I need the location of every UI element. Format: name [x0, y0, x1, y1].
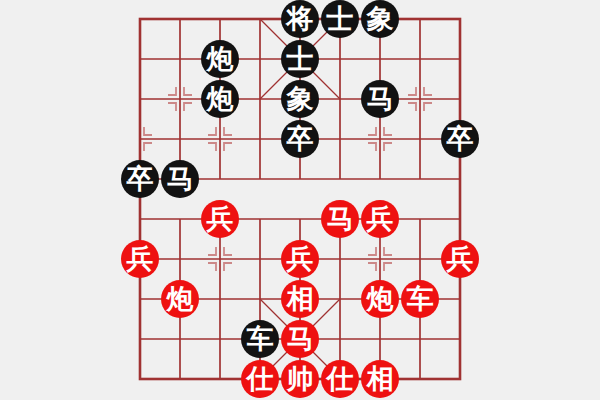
board-point — [320, 119, 360, 159]
piece-red-soldier[interactable]: 兵 — [441, 240, 479, 278]
board-point: 车 — [400, 279, 440, 319]
board-point: 卒 — [280, 119, 320, 159]
board-point — [240, 39, 280, 79]
board-point — [400, 239, 440, 279]
piece-red-soldier[interactable]: 兵 — [121, 240, 159, 278]
piece-black-horse[interactable]: 马 — [161, 160, 199, 198]
board-point — [200, 239, 240, 279]
board-point — [120, 79, 160, 119]
board-point — [400, 159, 440, 199]
board-point — [120, 319, 160, 359]
board-point — [240, 199, 280, 239]
piece-red-advisor[interactable]: 仕 — [321, 360, 359, 398]
board-point — [200, 119, 240, 159]
piece-red-general[interactable]: 帅 — [281, 360, 319, 398]
board-point: 马 — [280, 319, 320, 359]
board-point — [160, 359, 200, 399]
board-point — [200, 159, 240, 199]
board-point: 帅 — [280, 359, 320, 399]
piece-red-advisor[interactable]: 仕 — [241, 360, 279, 398]
board-point — [360, 319, 400, 359]
board-point: 兵 — [360, 199, 400, 239]
board-point: 马 — [160, 159, 200, 199]
board-point — [360, 39, 400, 79]
board-point: 炮 — [360, 279, 400, 319]
board-point — [200, 279, 240, 319]
board-point — [160, 319, 200, 359]
board-point — [360, 159, 400, 199]
board-point — [160, 199, 200, 239]
piece-red-elephant[interactable]: 相 — [281, 280, 319, 318]
piece-black-advisor[interactable]: 士 — [321, 0, 359, 38]
board-point — [240, 119, 280, 159]
piece-red-soldier[interactable]: 兵 — [201, 200, 239, 238]
board-point — [400, 199, 440, 239]
board-point: 兵 — [440, 239, 480, 279]
piece-red-soldier[interactable]: 兵 — [361, 200, 399, 238]
board-point — [120, 279, 160, 319]
board-point — [120, 359, 160, 399]
piece-red-horse[interactable]: 马 — [321, 200, 359, 238]
board-point — [240, 0, 280, 39]
piece-black-advisor[interactable]: 士 — [281, 40, 319, 78]
board-point: 仕 — [240, 359, 280, 399]
board-point — [160, 0, 200, 39]
board-point — [120, 199, 160, 239]
board-point: 象 — [360, 0, 400, 39]
board-point: 相 — [360, 359, 400, 399]
board-point — [160, 239, 200, 279]
board-point — [240, 159, 280, 199]
board-point — [120, 39, 160, 79]
board-point — [320, 319, 360, 359]
board-point: 象 — [280, 79, 320, 119]
board-point — [160, 79, 200, 119]
piece-black-cannon[interactable]: 炮 — [201, 80, 239, 118]
piece-black-general[interactable]: 将 — [281, 0, 319, 38]
piece-grid[interactable]: 将士象炮士炮象马卒卒卒马兵马兵兵兵兵炮相炮车车马仕帅仕相 — [120, 0, 480, 399]
board-point — [320, 239, 360, 279]
piece-red-horse[interactable]: 马 — [281, 320, 319, 358]
piece-red-soldier[interactable]: 兵 — [281, 240, 319, 278]
board-point — [440, 159, 480, 199]
board-point — [200, 319, 240, 359]
board-point: 士 — [320, 0, 360, 39]
board-point: 兵 — [200, 199, 240, 239]
board-point: 炮 — [200, 39, 240, 79]
board-point — [240, 79, 280, 119]
piece-black-soldier[interactable]: 卒 — [121, 160, 159, 198]
board-point: 炮 — [200, 79, 240, 119]
board-point — [320, 39, 360, 79]
board-point — [200, 359, 240, 399]
board-point — [440, 199, 480, 239]
piece-red-cannon[interactable]: 炮 — [161, 280, 199, 318]
piece-black-horse[interactable]: 马 — [361, 80, 399, 118]
board-point — [280, 199, 320, 239]
board-point — [400, 119, 440, 159]
board-point — [440, 0, 480, 39]
piece-red-elephant[interactable]: 相 — [361, 360, 399, 398]
piece-black-soldier[interactable]: 卒 — [441, 120, 479, 158]
board-point: 兵 — [120, 239, 160, 279]
board-point — [360, 239, 400, 279]
board-point — [440, 319, 480, 359]
piece-red-chariot[interactable]: 车 — [401, 280, 439, 318]
xiangqi-board: 将士象炮士炮象马卒卒卒马兵马兵兵兵兵炮相炮车车马仕帅仕相 — [0, 0, 600, 400]
board-point — [360, 119, 400, 159]
board-point: 士 — [280, 39, 320, 79]
board-point: 车 — [240, 319, 280, 359]
piece-black-elephant[interactable]: 象 — [361, 0, 399, 38]
board-point — [320, 279, 360, 319]
board-point — [400, 319, 440, 359]
board-point: 卒 — [440, 119, 480, 159]
board-point — [440, 79, 480, 119]
board-point — [400, 79, 440, 119]
board-point — [400, 39, 440, 79]
board-point: 马 — [320, 199, 360, 239]
board-point: 炮 — [160, 279, 200, 319]
board-point: 相 — [280, 279, 320, 319]
board-point — [320, 159, 360, 199]
board-point: 兵 — [280, 239, 320, 279]
board-point: 卒 — [120, 159, 160, 199]
board-point: 马 — [360, 79, 400, 119]
board-point — [120, 0, 160, 39]
board-point — [440, 359, 480, 399]
board-point — [200, 0, 240, 39]
board-point — [160, 119, 200, 159]
board-point — [440, 279, 480, 319]
piece-black-chariot[interactable]: 车 — [241, 320, 279, 358]
board-point — [280, 159, 320, 199]
board-point — [160, 39, 200, 79]
piece-black-cannon[interactable]: 炮 — [201, 40, 239, 78]
piece-black-elephant[interactable]: 象 — [281, 80, 319, 118]
board-point — [400, 359, 440, 399]
board-point — [440, 39, 480, 79]
board-point: 仕 — [320, 359, 360, 399]
board-point — [120, 119, 160, 159]
board-point — [240, 239, 280, 279]
piece-black-soldier[interactable]: 卒 — [281, 120, 319, 158]
piece-red-cannon[interactable]: 炮 — [361, 280, 399, 318]
board-point: 将 — [280, 0, 320, 39]
board-point — [240, 279, 280, 319]
board-point — [320, 79, 360, 119]
board-point — [400, 0, 440, 39]
